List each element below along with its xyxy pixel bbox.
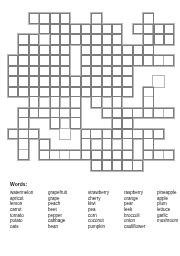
grid-cell[interactable] [91,34,101,45]
grid-cell[interactable] [143,150,153,161]
grid-cell[interactable] [81,45,91,56]
grid-cell[interactable] [29,45,39,56]
grid-cell[interactable] [91,45,101,56]
grid-cell[interactable] [81,76,91,87]
grid-cell[interactable] [39,24,49,35]
grid-cell[interactable] [164,24,174,35]
grid-cell[interactable] [18,76,28,87]
grid-cell[interactable] [112,24,122,35]
grid-cell[interactable] [133,24,143,35]
grid-cell[interactable] [81,34,91,45]
worksheet-page: Words: watermelonapricotlemoncarrottomat… [0,0,180,256]
grid-cell[interactable] [133,108,143,119]
grid-cell[interactable] [81,150,91,161]
grid-cell[interactable] [18,87,28,98]
grid-cell[interactable] [102,150,112,161]
word-list-title: Words: [10,181,180,187]
grid-cell[interactable] [50,55,60,66]
grid-cell[interactable] [81,55,91,66]
grid-cell[interactable] [133,55,143,66]
grid-cell[interactable] [122,45,132,56]
grid-cell[interactable] [8,55,18,66]
grid-cell[interactable] [39,13,49,24]
grid-cell[interactable] [102,160,112,171]
grid-cell[interactable] [122,150,132,161]
grid-cell[interactable] [39,66,49,77]
grid-cell[interactable] [39,76,49,87]
grid-cell[interactable] [18,55,28,66]
word-list-item: cauliflower [124,224,145,230]
grid-cell[interactable] [112,108,122,119]
grid-cell[interactable] [143,108,153,119]
grid-cell[interactable] [50,150,60,161]
grid-cell[interactable] [81,139,91,150]
grid-cell[interactable] [143,97,153,108]
grid-cell[interactable] [18,150,28,161]
grid-cell[interactable] [112,97,122,108]
grid-cell[interactable] [122,66,132,77]
grid-cell[interactable] [112,76,122,87]
grid-cell[interactable] [29,34,39,45]
grid-cell[interactable] [50,34,60,45]
word-column: pineappleappleplumlettucegarlicmushroom [157,190,178,224]
grid-cell[interactable] [91,87,101,98]
grid-cell[interactable] [91,66,101,77]
grid-cell[interactable] [153,34,163,45]
word-list-item: mushroom [157,218,178,224]
grid-cell[interactable] [39,87,49,98]
grid-cell[interactable] [60,45,70,56]
grid-cell[interactable] [8,66,18,77]
grid-cell[interactable] [143,55,153,66]
grid-cell[interactable] [102,66,112,77]
grid-cell[interactable] [153,55,163,66]
grid-cell[interactable] [122,108,132,119]
grid-cell[interactable] [112,150,122,161]
grid-cell[interactable] [81,24,91,35]
grid-cell[interactable] [91,129,101,140]
grid-cell[interactable] [122,87,132,98]
grid-cell[interactable] [18,66,28,77]
grid-cell[interactable] [153,129,163,140]
grid-cell[interactable] [122,118,132,129]
grid-cell[interactable] [50,97,60,108]
grid-cell[interactable] [91,13,101,24]
grid-cell[interactable] [122,76,132,87]
grid-cell[interactable] [50,76,60,87]
grid-cell[interactable] [164,34,174,45]
grid-cell[interactable] [81,87,91,98]
grid-cell[interactable] [112,87,122,98]
grid-cell[interactable] [112,55,122,66]
grid-cell[interactable] [60,108,70,119]
grid-cell[interactable] [70,76,80,87]
grid-cell[interactable] [112,45,122,56]
grid-cell[interactable] [91,160,101,171]
grid-cell[interactable] [29,76,39,87]
grid-cell[interactable] [18,45,28,56]
grid-cell[interactable] [112,66,122,77]
grid-cell[interactable] [91,24,101,35]
grid-cell[interactable] [50,13,60,24]
grid-cell[interactable] [29,87,39,98]
grid-cell[interactable] [18,118,28,129]
grid-cell[interactable] [18,34,28,45]
grid-cell[interactable] [133,45,143,56]
grid-cell[interactable] [60,87,70,98]
grid-cell[interactable] [70,87,80,98]
grid-cell[interactable] [50,45,60,56]
grid-cell[interactable] [112,118,122,129]
grid-cell[interactable] [60,24,70,35]
grid-cell[interactable] [133,160,143,171]
grid-cell[interactable] [70,118,80,129]
grid-cell[interactable] [153,24,163,35]
grid-cell[interactable] [39,150,49,161]
grid-cell[interactable] [39,55,49,66]
grid-cell[interactable] [153,76,163,87]
grid-cell[interactable] [70,150,80,161]
grid-cell[interactable] [60,66,70,77]
grid-cell[interactable] [164,150,174,161]
grid-cell[interactable] [70,34,80,45]
grid-cell[interactable] [122,129,132,140]
word-column: raspberryorangepearleekbroccolionioncaul… [124,190,145,229]
grid-cell[interactable] [70,108,80,119]
grid-cell[interactable] [102,139,112,150]
grid-cell[interactable] [39,45,49,56]
grid-cell[interactable] [153,108,163,119]
grid-cell[interactable] [60,34,70,45]
grid-cell[interactable] [102,129,112,140]
grid-cell[interactable] [133,129,143,140]
grid-cell[interactable] [143,24,153,35]
grid-cell[interactable] [29,97,39,108]
grid-cell[interactable] [50,66,60,77]
grid-cell[interactable] [112,129,122,140]
puzzle-grid [8,13,174,171]
grid-cell[interactable] [50,87,60,98]
grid-cell[interactable] [164,55,174,66]
grid-cell[interactable] [50,24,60,35]
word-list-section: Words: watermelonapricotlemoncarrottomat… [10,181,180,190]
grid-cell[interactable] [60,129,70,140]
word-column: grapefruitgrapepeachbeetpeppercabbagebea… [48,190,67,229]
grid-cell[interactable] [60,13,70,24]
grid-cell[interactable] [122,55,132,66]
grid-cell[interactable] [60,55,70,66]
grid-cell[interactable] [153,150,163,161]
word-column: watermelonapricotlemoncarrottomatopotato… [10,190,33,229]
grid-cell[interactable] [18,139,28,150]
grid-cell[interactable] [29,13,39,24]
grid-cell[interactable] [50,108,60,119]
grid-cell[interactable] [122,160,132,171]
grid-cell[interactable] [50,118,60,129]
grid-cell[interactable] [102,24,112,35]
grid-cell[interactable] [143,139,153,150]
grid-cell[interactable] [91,55,101,66]
grid-cell[interactable] [29,108,39,119]
grid-cell[interactable] [143,34,153,45]
grid-cell[interactable] [70,24,80,35]
grid-cell[interactable] [70,97,80,108]
grid-cell[interactable] [112,34,122,45]
grid-cell[interactable] [143,13,153,24]
grid-cell[interactable] [164,108,174,119]
grid-cell[interactable] [122,139,132,150]
grid-cell[interactable] [102,87,112,98]
grid-cell[interactable] [102,108,112,119]
grid-cell[interactable] [81,66,91,77]
grid-cell[interactable] [102,76,112,87]
grid-cell[interactable] [39,108,49,119]
grid-cell[interactable] [8,129,18,140]
grid-cell[interactable] [29,66,39,77]
grid-cell[interactable] [39,139,49,150]
grid-cell[interactable] [81,129,91,140]
grid-cell[interactable] [60,150,70,161]
word-list-item: oats [10,224,33,230]
grid-cell[interactable] [143,45,153,56]
grid-cell[interactable] [29,129,39,140]
grid-cell[interactable] [18,129,28,140]
grid-cell[interactable] [112,160,122,171]
grid-cell[interactable] [91,97,101,108]
grid-cell[interactable] [102,55,112,66]
word-column: strawberrycherrykiwipeacorncoconutpumpki… [88,190,109,229]
grid-cell[interactable] [91,150,101,161]
grid-cell[interactable] [8,87,18,98]
grid-cell[interactable] [102,45,112,56]
word-list-item: bean [48,224,67,230]
word-list-item: pumpkin [88,224,109,230]
grid-cell[interactable] [8,76,18,87]
grid-cell[interactable] [143,87,153,98]
grid-cell[interactable] [102,34,112,45]
grid-cell[interactable] [143,129,153,140]
grid-cell[interactable] [29,55,39,66]
grid-cell[interactable] [18,108,28,119]
grid-cell[interactable] [60,76,70,87]
grid-cell[interactable] [91,76,101,87]
